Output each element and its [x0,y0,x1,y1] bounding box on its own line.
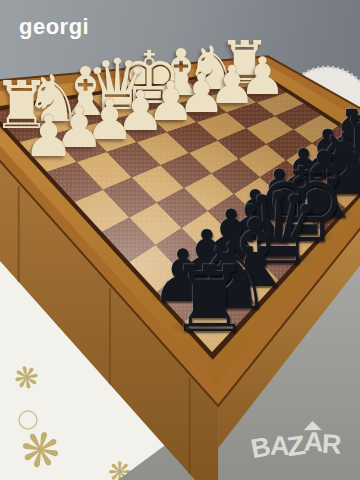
scene-graphics: ❋ ❋ ❋ [0,0,360,480]
photographer-watermark: georgi [19,14,89,40]
bazar-letter: B [248,431,272,465]
chess-set-photo: ❋ ❋ ❋ ♜♞♟♝♚♟♛♟♝♞♟♜♟♟♟♟♟♜♟♞♟♝♟♚♟♟♛♟♝♟♞♜ g… [0,0,360,480]
bazar-letter: R [321,429,341,461]
bazar-letter: A [303,428,322,459]
bazar-logo: BAZAR [250,429,341,465]
